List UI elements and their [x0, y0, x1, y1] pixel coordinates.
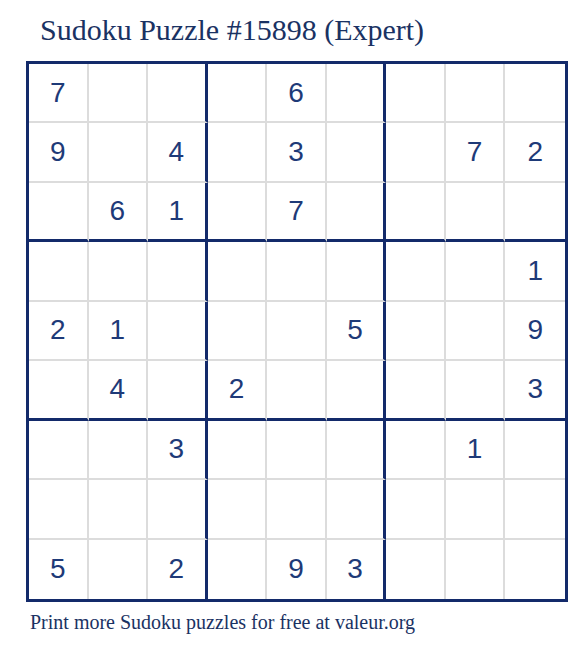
- cell-r2c6[interactable]: [327, 123, 387, 182]
- cell-r5c9[interactable]: 9: [505, 302, 565, 361]
- cell-r4c2[interactable]: [89, 242, 149, 301]
- cell-r1c7[interactable]: [386, 64, 446, 123]
- cell-r6c9[interactable]: 3: [505, 361, 565, 420]
- cell-r5c6[interactable]: 5: [327, 302, 387, 361]
- cell-r2c9[interactable]: 2: [505, 123, 565, 182]
- cell-r9c8[interactable]: [446, 540, 506, 599]
- cell-r6c3[interactable]: [148, 361, 208, 420]
- cell-r4c6[interactable]: [327, 242, 387, 301]
- cell-r3c3[interactable]: 1: [148, 183, 208, 242]
- cell-r2c3[interactable]: 4: [148, 123, 208, 182]
- cell-r9c5[interactable]: 9: [267, 540, 327, 599]
- cell-r8c9[interactable]: [505, 480, 565, 539]
- cell-r4c7[interactable]: [386, 242, 446, 301]
- cell-r4c9[interactable]: 1: [505, 242, 565, 301]
- cell-r1c6[interactable]: [327, 64, 387, 123]
- cell-r7c9[interactable]: [505, 421, 565, 480]
- cell-r7c1[interactable]: [29, 421, 89, 480]
- cell-r5c7[interactable]: [386, 302, 446, 361]
- page-title: Sudoku Puzzle #15898 (Expert): [40, 13, 424, 47]
- cell-r8c1[interactable]: [29, 480, 89, 539]
- cell-r8c7[interactable]: [386, 480, 446, 539]
- cell-r8c8[interactable]: [446, 480, 506, 539]
- cell-r4c8[interactable]: [446, 242, 506, 301]
- cell-r5c2[interactable]: 1: [89, 302, 149, 361]
- cell-r6c1[interactable]: [29, 361, 89, 420]
- cell-r2c5[interactable]: 3: [267, 123, 327, 182]
- cell-r6c5[interactable]: [267, 361, 327, 420]
- cell-r6c2[interactable]: 4: [89, 361, 149, 420]
- cell-r1c8[interactable]: [446, 64, 506, 123]
- printable-sudoku-page: Sudoku Puzzle #15898 (Expert) 7694372617…: [0, 0, 580, 651]
- cell-r3c6[interactable]: [327, 183, 387, 242]
- cell-r2c4[interactable]: [208, 123, 268, 182]
- cell-r7c6[interactable]: [327, 421, 387, 480]
- cell-r8c6[interactable]: [327, 480, 387, 539]
- cell-r8c3[interactable]: [148, 480, 208, 539]
- cell-r5c5[interactable]: [267, 302, 327, 361]
- cell-r3c7[interactable]: [386, 183, 446, 242]
- cell-r1c4[interactable]: [208, 64, 268, 123]
- cell-r3c2[interactable]: 6: [89, 183, 149, 242]
- cell-r7c8[interactable]: 1: [446, 421, 506, 480]
- cell-r3c1[interactable]: [29, 183, 89, 242]
- cell-r2c1[interactable]: 9: [29, 123, 89, 182]
- cell-r7c4[interactable]: [208, 421, 268, 480]
- cell-r3c5[interactable]: 7: [267, 183, 327, 242]
- cell-r5c4[interactable]: [208, 302, 268, 361]
- cell-r6c7[interactable]: [386, 361, 446, 420]
- cell-r1c9[interactable]: [505, 64, 565, 123]
- cell-r4c3[interactable]: [148, 242, 208, 301]
- cell-r2c8[interactable]: 7: [446, 123, 506, 182]
- cell-r9c6[interactable]: 3: [327, 540, 387, 599]
- cell-r4c5[interactable]: [267, 242, 327, 301]
- cell-r9c1[interactable]: 5: [29, 540, 89, 599]
- cell-r4c4[interactable]: [208, 242, 268, 301]
- cell-r6c6[interactable]: [327, 361, 387, 420]
- cell-r7c7[interactable]: [386, 421, 446, 480]
- cell-r1c1[interactable]: 7: [29, 64, 89, 123]
- footer-text: Print more Sudoku puzzles for free at va…: [30, 611, 415, 634]
- cell-r2c7[interactable]: [386, 123, 446, 182]
- cell-r1c3[interactable]: [148, 64, 208, 123]
- cell-r7c3[interactable]: 3: [148, 421, 208, 480]
- cell-r7c2[interactable]: [89, 421, 149, 480]
- cell-r9c7[interactable]: [386, 540, 446, 599]
- cell-r3c4[interactable]: [208, 183, 268, 242]
- cell-r6c8[interactable]: [446, 361, 506, 420]
- cell-r5c3[interactable]: [148, 302, 208, 361]
- cell-r9c3[interactable]: 2: [148, 540, 208, 599]
- cell-r3c8[interactable]: [446, 183, 506, 242]
- cell-r5c8[interactable]: [446, 302, 506, 361]
- cell-r8c2[interactable]: [89, 480, 149, 539]
- cell-r9c2[interactable]: [89, 540, 149, 599]
- cell-r1c5[interactable]: 6: [267, 64, 327, 123]
- cell-r8c4[interactable]: [208, 480, 268, 539]
- cell-r9c9[interactable]: [505, 540, 565, 599]
- cell-r2c2[interactable]: [89, 123, 149, 182]
- cell-r9c4[interactable]: [208, 540, 268, 599]
- cell-r1c2[interactable]: [89, 64, 149, 123]
- cell-r8c5[interactable]: [267, 480, 327, 539]
- sudoku-grid: 769437261712159423315293: [26, 61, 568, 602]
- cell-r6c4[interactable]: 2: [208, 361, 268, 420]
- cell-r5c1[interactable]: 2: [29, 302, 89, 361]
- cell-r7c5[interactable]: [267, 421, 327, 480]
- cell-r4c1[interactable]: [29, 242, 89, 301]
- cell-r3c9[interactable]: [505, 183, 565, 242]
